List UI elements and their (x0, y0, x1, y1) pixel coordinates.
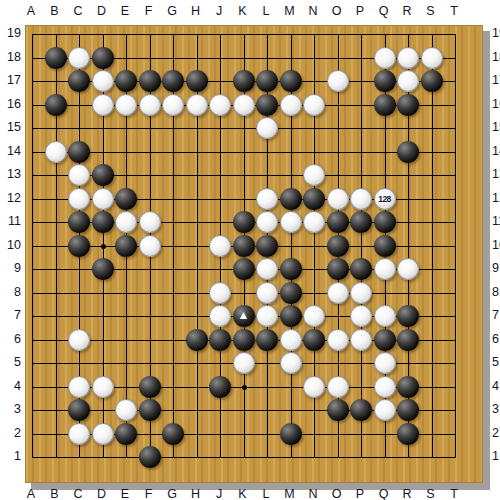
column-label-bottom-A: A (22, 487, 40, 500)
stone-black-R2[interactable] (397, 423, 419, 445)
stone-white-P7[interactable] (350, 305, 372, 327)
stone-black-J4[interactable] (209, 376, 231, 398)
row-label-right-2: 2 (492, 426, 500, 440)
stone-white-L11[interactable] (256, 211, 278, 233)
stone-black-R14[interactable] (397, 141, 419, 163)
stone-white-S18[interactable] (421, 47, 443, 69)
stone-white-Q7[interactable] (374, 305, 396, 327)
column-label-bottom-J: J (210, 487, 228, 500)
column-label-top-B: B (46, 4, 64, 18)
stone-black-C17[interactable] (68, 70, 90, 92)
stone-black-Q16[interactable] (374, 94, 396, 116)
grid-line-horizontal (32, 457, 456, 458)
stone-white-F16[interactable] (139, 94, 161, 116)
stone-black-B16[interactable] (45, 94, 67, 116)
stone-white-C4[interactable] (68, 376, 90, 398)
stone-black-F1[interactable] (139, 446, 161, 468)
row-label-right-10: 10 (492, 238, 500, 252)
stone-black-H17[interactable] (186, 70, 208, 92)
go-board[interactable]: 128▲ (25, 25, 483, 483)
column-label-bottom-P: P (351, 487, 369, 500)
stone-white-D16[interactable] (92, 94, 114, 116)
stone-black-M12[interactable] (280, 188, 302, 210)
column-label-bottom-C: C (69, 487, 87, 500)
row-label-left-10: 10 (0, 238, 21, 252)
row-label-right-3: 3 (492, 402, 500, 416)
stone-white-P6[interactable] (350, 329, 372, 351)
row-label-left-4: 4 (0, 379, 21, 393)
stone-white-N11[interactable] (303, 211, 325, 233)
stone-black-L6[interactable] (256, 329, 278, 351)
stone-white-E16[interactable] (115, 94, 137, 116)
column-label-top-Q: Q (375, 4, 393, 18)
stone-white-P8[interactable] (350, 282, 372, 304)
stone-white-B14[interactable] (45, 141, 67, 163)
stone-white-O17[interactable] (327, 70, 349, 92)
stone-black-E10[interactable] (115, 235, 137, 257)
stone-white-H16[interactable] (186, 94, 208, 116)
stone-black-O3[interactable] (327, 399, 349, 421)
column-label-bottom-B: B (46, 487, 64, 500)
column-label-top-E: E (116, 4, 134, 18)
star-point (242, 385, 247, 390)
stone-black-L10[interactable] (256, 235, 278, 257)
stone-black-O10[interactable] (327, 235, 349, 257)
grid-line-vertical (455, 34, 456, 458)
column-label-top-G: G (163, 4, 181, 18)
stone-black-Q10[interactable] (374, 235, 396, 257)
column-label-bottom-L: L (257, 487, 275, 500)
stone-black-E17[interactable] (115, 70, 137, 92)
row-label-right-8: 8 (492, 285, 500, 299)
row-label-left-5: 5 (0, 355, 21, 369)
stone-black-B18[interactable] (45, 47, 67, 69)
stone-black-D11[interactable] (92, 211, 114, 233)
stone-black-E2[interactable] (115, 423, 137, 445)
column-label-bottom-E: E (116, 487, 134, 500)
stone-white-L7[interactable] (256, 305, 278, 327)
stone-black-D9[interactable] (92, 258, 114, 280)
star-point (101, 244, 106, 249)
row-label-right-18: 18 (492, 50, 500, 64)
row-label-right-16: 16 (492, 97, 500, 111)
stone-black-F17[interactable] (139, 70, 161, 92)
stone-white-Q5[interactable] (374, 352, 396, 374)
row-label-right-6: 6 (492, 332, 500, 346)
column-label-top-T: T (445, 4, 463, 18)
row-label-right-14: 14 (492, 144, 500, 158)
stone-black-D18[interactable] (92, 47, 114, 69)
stone-white-N13[interactable] (303, 164, 325, 186)
stone-black-P11[interactable] (350, 211, 372, 233)
stone-black-O11[interactable] (327, 211, 349, 233)
column-label-top-P: P (351, 4, 369, 18)
column-label-bottom-K: K (234, 487, 252, 500)
stone-black-P3[interactable] (350, 399, 372, 421)
stone-black-K9[interactable] (233, 258, 255, 280)
stone-black-K10[interactable] (233, 235, 255, 257)
column-label-bottom-N: N (304, 487, 322, 500)
row-label-right-13: 13 (492, 167, 500, 181)
column-label-bottom-Q: Q (375, 487, 393, 500)
stone-white-M11[interactable] (280, 211, 302, 233)
stone-black-R4[interactable] (397, 376, 419, 398)
stone-white-C13[interactable] (68, 164, 90, 186)
stone-white-E11[interactable] (115, 211, 137, 233)
stone-white-Q12[interactable]: 128 (374, 188, 396, 210)
stone-black-Q17[interactable] (374, 70, 396, 92)
row-label-right-15: 15 (492, 120, 500, 134)
column-label-top-C: C (69, 4, 87, 18)
row-label-left-15: 15 (0, 120, 21, 134)
stone-black-M9[interactable] (280, 258, 302, 280)
row-label-left-11: 11 (0, 214, 21, 228)
stone-white-R17[interactable] (397, 70, 419, 92)
stone-white-J7[interactable] (209, 305, 231, 327)
stone-black-N6[interactable] (303, 329, 325, 351)
stone-white-N7[interactable] (303, 305, 325, 327)
stone-black-Q6[interactable] (374, 329, 396, 351)
stone-white-L15[interactable] (256, 117, 278, 139)
stone-white-L8[interactable] (256, 282, 278, 304)
column-label-top-F: F (140, 4, 158, 18)
stone-black-M2[interactable] (280, 423, 302, 445)
column-label-bottom-D: D (93, 487, 111, 500)
stone-white-N16[interactable] (303, 94, 325, 116)
stone-black-M17[interactable] (280, 70, 302, 92)
stone-black-K11[interactable] (233, 211, 255, 233)
stone-black-K17[interactable] (233, 70, 255, 92)
column-label-bottom-S: S (422, 487, 440, 500)
go-diagram-page: 128▲ AABBCCDDEEFFGGHHJJKKLLMMNNOOPPQQRRS… (0, 0, 500, 500)
stone-white-K16[interactable] (233, 94, 255, 116)
stone-white-N4[interactable] (303, 376, 325, 398)
stone-white-P12[interactable] (350, 188, 372, 210)
stone-black-H6[interactable] (186, 329, 208, 351)
stone-white-J16[interactable] (209, 94, 231, 116)
row-label-left-19: 19 (0, 26, 21, 40)
triangle-marker-icon: ▲ (238, 309, 250, 321)
board-shadow-right (483, 31, 490, 489)
row-label-right-4: 4 (492, 379, 500, 393)
column-label-top-L: L (257, 4, 275, 18)
row-label-left-12: 12 (0, 191, 21, 205)
stone-black-G2[interactable] (162, 423, 184, 445)
column-label-bottom-O: O (328, 487, 346, 500)
stone-black-K7[interactable]: ▲ (233, 305, 255, 327)
stone-white-O12[interactable] (327, 188, 349, 210)
stone-white-Q9[interactable] (374, 258, 396, 280)
stone-white-D4[interactable] (92, 376, 114, 398)
column-label-top-H: H (187, 4, 205, 18)
row-label-right-17: 17 (492, 73, 500, 87)
grid-line-horizontal (32, 293, 456, 294)
stone-white-D17[interactable] (92, 70, 114, 92)
row-label-right-5: 5 (492, 355, 500, 369)
row-label-left-3: 3 (0, 402, 21, 416)
stone-black-E12[interactable] (115, 188, 137, 210)
stone-white-R18[interactable] (397, 47, 419, 69)
stone-white-D12[interactable] (92, 188, 114, 210)
stone-white-C18[interactable] (68, 47, 90, 69)
stone-white-M16[interactable] (280, 94, 302, 116)
stone-white-E3[interactable] (115, 399, 137, 421)
column-label-bottom-H: H (187, 487, 205, 500)
row-label-right-7: 7 (492, 308, 500, 322)
stone-white-L9[interactable] (256, 258, 278, 280)
stone-black-S17[interactable] (421, 70, 443, 92)
stone-black-R6[interactable] (397, 329, 419, 351)
stone-black-M7[interactable] (280, 305, 302, 327)
column-label-top-A: A (22, 4, 40, 18)
column-label-bottom-G: G (163, 487, 181, 500)
stone-white-F11[interactable] (139, 211, 161, 233)
stone-black-R16[interactable] (397, 94, 419, 116)
column-label-top-D: D (93, 4, 111, 18)
stone-black-L16[interactable] (256, 94, 278, 116)
row-label-left-7: 7 (0, 308, 21, 322)
stone-black-M8[interactable] (280, 282, 302, 304)
row-label-left-18: 18 (0, 50, 21, 64)
row-label-left-9: 9 (0, 261, 21, 275)
stone-white-Q18[interactable] (374, 47, 396, 69)
stone-black-D13[interactable] (92, 164, 114, 186)
stone-black-C14[interactable] (68, 141, 90, 163)
row-label-left-1: 1 (0, 449, 21, 463)
stone-black-R3[interactable] (397, 399, 419, 421)
row-label-left-6: 6 (0, 332, 21, 346)
stone-white-Q3[interactable] (374, 399, 396, 421)
stone-black-F3[interactable] (139, 399, 161, 421)
stone-black-C3[interactable] (68, 399, 90, 421)
stone-white-O6[interactable] (327, 329, 349, 351)
column-label-top-J: J (210, 4, 228, 18)
column-label-top-K: K (234, 4, 252, 18)
row-label-right-9: 9 (492, 261, 500, 275)
stone-white-Q4[interactable] (374, 376, 396, 398)
row-label-right-12: 12 (492, 191, 500, 205)
column-label-bottom-F: F (140, 487, 158, 500)
grid-line-vertical (432, 34, 433, 458)
stone-black-J6[interactable] (209, 329, 231, 351)
stone-white-R9[interactable] (397, 258, 419, 280)
stone-black-K6[interactable] (233, 329, 255, 351)
stone-white-C6[interactable] (68, 329, 90, 351)
row-label-left-8: 8 (0, 285, 21, 299)
stone-white-M6[interactable] (280, 329, 302, 351)
stone-black-P9[interactable] (350, 258, 372, 280)
column-label-top-O: O (328, 4, 346, 18)
stone-white-O8[interactable] (327, 282, 349, 304)
stone-white-M5[interactable] (280, 352, 302, 374)
column-label-bottom-T: T (445, 487, 463, 500)
stone-white-L12[interactable] (256, 188, 278, 210)
stone-black-C10[interactable] (68, 235, 90, 257)
row-label-left-2: 2 (0, 426, 21, 440)
stone-white-G16[interactable] (162, 94, 184, 116)
grid-line-vertical (361, 34, 362, 458)
stone-white-O4[interactable] (327, 376, 349, 398)
stone-white-F10[interactable] (139, 235, 161, 257)
row-label-left-14: 14 (0, 144, 21, 158)
column-label-top-M: M (281, 4, 299, 18)
column-label-top-R: R (398, 4, 416, 18)
stone-white-J10[interactable] (209, 235, 231, 257)
stone-black-L17[interactable] (256, 70, 278, 92)
move-number-label: 128 (378, 194, 391, 204)
row-label-left-17: 17 (0, 73, 21, 87)
stone-white-C2[interactable] (68, 423, 90, 445)
column-label-bottom-M: M (281, 487, 299, 500)
row-label-right-19: 19 (492, 26, 500, 40)
stone-black-C11[interactable] (68, 211, 90, 233)
stone-white-C12[interactable] (68, 188, 90, 210)
stone-black-O9[interactable] (327, 258, 349, 280)
row-label-right-11: 11 (492, 214, 500, 228)
stone-white-D2[interactable] (92, 423, 114, 445)
column-label-bottom-R: R (398, 487, 416, 500)
column-label-top-N: N (304, 4, 322, 18)
stone-white-J8[interactable] (209, 282, 231, 304)
stone-black-Q11[interactable] (374, 211, 396, 233)
row-label-right-1: 1 (492, 449, 500, 463)
stone-black-N12[interactable] (303, 188, 325, 210)
stone-white-K5[interactable] (233, 352, 255, 374)
row-label-left-16: 16 (0, 97, 21, 111)
row-label-left-13: 13 (0, 167, 21, 181)
stone-black-G17[interactable] (162, 70, 184, 92)
stone-black-F4[interactable] (139, 376, 161, 398)
stone-black-R7[interactable] (397, 305, 419, 327)
column-label-top-S: S (422, 4, 440, 18)
